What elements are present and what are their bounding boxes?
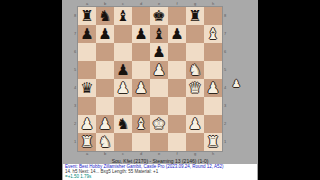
square-f6[interactable] bbox=[168, 43, 186, 61]
square-h7[interactable]: ♝ bbox=[204, 25, 222, 43]
square-b4[interactable] bbox=[96, 79, 114, 97]
square-f4[interactable] bbox=[168, 79, 186, 97]
square-c1[interactable] bbox=[114, 133, 132, 151]
white-bishop: ♝ bbox=[134, 115, 147, 133]
square-c3[interactable] bbox=[114, 97, 132, 115]
white-pawn: ♟ bbox=[188, 115, 201, 133]
square-f7[interactable]: ♟ bbox=[168, 25, 186, 43]
coordinate-label-5: 5 bbox=[222, 61, 228, 79]
coordinate-label-4: 4 bbox=[222, 79, 228, 97]
square-h4[interactable]: ♟ bbox=[204, 79, 222, 97]
coordinate-label-b: b bbox=[96, 152, 114, 157]
coordinate-label-3: 3 bbox=[222, 97, 228, 115]
square-d5[interactable] bbox=[132, 61, 150, 79]
square-e8[interactable]: ♚ bbox=[150, 7, 168, 25]
square-g5[interactable]: ♞ bbox=[186, 61, 204, 79]
square-d8[interactable] bbox=[132, 7, 150, 25]
square-e3[interactable] bbox=[150, 97, 168, 115]
letterbox-right bbox=[258, 0, 320, 180]
rank-labels-right: 87654321 bbox=[222, 7, 228, 151]
square-b1[interactable]: ♞ bbox=[96, 133, 114, 151]
coordinate-label-1: 1 bbox=[222, 133, 228, 151]
square-c5[interactable]: ♟ bbox=[114, 61, 132, 79]
engine-eval-line: =+1.50 1.79s bbox=[65, 174, 255, 179]
square-h2[interactable] bbox=[204, 115, 222, 133]
square-e6[interactable]: ♟ bbox=[150, 43, 168, 61]
square-f1[interactable] bbox=[168, 133, 186, 151]
square-b2[interactable]: ♟ bbox=[96, 115, 114, 133]
square-a1[interactable]: ♜ bbox=[78, 133, 96, 151]
black-king: ♚ bbox=[152, 7, 165, 25]
square-e1[interactable] bbox=[150, 133, 168, 151]
coordinate-label-d: d bbox=[132, 152, 150, 157]
square-d1[interactable] bbox=[132, 133, 150, 151]
white-pawn: ♟ bbox=[98, 115, 111, 133]
black-pawn: ♟ bbox=[134, 25, 147, 43]
black-pawn: ♟ bbox=[170, 25, 183, 43]
coordinate-label-e: e bbox=[150, 152, 168, 157]
square-b3[interactable] bbox=[96, 97, 114, 115]
square-a7[interactable]: ♟ bbox=[78, 25, 96, 43]
square-h6[interactable] bbox=[204, 43, 222, 61]
square-a3[interactable] bbox=[78, 97, 96, 115]
square-f2[interactable] bbox=[168, 115, 186, 133]
coordinate-label-6: 6 bbox=[222, 43, 228, 61]
square-e5[interactable]: ♟ bbox=[150, 61, 168, 79]
white-queen: ♛ bbox=[188, 79, 201, 97]
square-h1[interactable]: ♜ bbox=[204, 133, 222, 151]
square-e2[interactable]: ♚ bbox=[150, 115, 168, 133]
square-g7[interactable] bbox=[186, 25, 204, 43]
square-g4[interactable]: ♛ bbox=[186, 79, 204, 97]
square-a8[interactable]: ♜ bbox=[78, 7, 96, 25]
square-b6[interactable] bbox=[96, 43, 114, 61]
chess-viewer: abcdefgh 87654321 ♜♞♝♚♜♟♟♟♝♟♝♟♟♟♞♛♟♟♛♟♟♟… bbox=[62, 0, 258, 180]
white-bishop: ♝ bbox=[206, 25, 219, 43]
white-rook: ♜ bbox=[206, 133, 219, 151]
square-f3[interactable] bbox=[168, 97, 186, 115]
white-pawn: ♟ bbox=[134, 79, 147, 97]
square-d2[interactable]: ♝ bbox=[132, 115, 150, 133]
square-g2[interactable]: ♟ bbox=[186, 115, 204, 133]
chess-board: ♜♞♝♚♜♟♟♟♝♟♝♟♟♟♞♛♟♟♛♟♟♟♞♝♚♟♜♞♜ bbox=[78, 7, 222, 151]
square-a4[interactable]: ♛ bbox=[78, 79, 96, 97]
square-b7[interactable]: ♟ bbox=[96, 25, 114, 43]
square-e7[interactable]: ♝ bbox=[150, 25, 168, 43]
coordinate-label-7: 7 bbox=[222, 25, 228, 43]
square-f8[interactable] bbox=[168, 7, 186, 25]
square-c8[interactable]: ♝ bbox=[114, 7, 132, 25]
square-c2[interactable]: ♞ bbox=[114, 115, 132, 133]
black-pawn: ♟ bbox=[152, 43, 165, 61]
square-c6[interactable] bbox=[114, 43, 132, 61]
square-g6[interactable] bbox=[186, 43, 204, 61]
coordinate-label-f: f bbox=[168, 152, 186, 157]
square-a2[interactable]: ♟ bbox=[78, 115, 96, 133]
coordinate-label-h: h bbox=[204, 152, 222, 157]
square-c7[interactable] bbox=[114, 25, 132, 43]
square-c4[interactable]: ♟ bbox=[114, 79, 132, 97]
square-d7[interactable]: ♟ bbox=[132, 25, 150, 43]
black-pawn: ♟ bbox=[80, 25, 93, 43]
material-advantage-pawn-icon: ♟ bbox=[232, 78, 241, 89]
file-labels-bottom: abcdefgh bbox=[78, 152, 222, 157]
square-b5[interactable] bbox=[96, 61, 114, 79]
coordinate-label-2: 2 bbox=[222, 115, 228, 133]
black-queen: ♛ bbox=[80, 79, 93, 97]
square-a6[interactable] bbox=[78, 43, 96, 61]
coordinate-label-a: a bbox=[78, 152, 96, 157]
black-bishop: ♝ bbox=[152, 25, 165, 43]
black-knight: ♞ bbox=[116, 115, 129, 133]
square-a5[interactable] bbox=[78, 61, 96, 79]
white-rook: ♜ bbox=[80, 133, 93, 151]
black-pawn: ♟ bbox=[116, 61, 129, 79]
square-d6[interactable] bbox=[132, 43, 150, 61]
white-pawn: ♟ bbox=[116, 79, 129, 97]
game-info-box: Event: Best Hobby Zillamisher Gambit, Ca… bbox=[63, 164, 257, 180]
white-pawn: ♟ bbox=[152, 61, 165, 79]
black-pawn: ♟ bbox=[98, 25, 111, 43]
square-d4[interactable]: ♟ bbox=[132, 79, 150, 97]
black-bishop: ♝ bbox=[116, 7, 129, 25]
square-g3[interactable] bbox=[186, 97, 204, 115]
coordinate-label-c: c bbox=[114, 152, 132, 157]
square-d3[interactable] bbox=[132, 97, 150, 115]
coordinate-label-8: 8 bbox=[222, 7, 228, 25]
black-rook: ♜ bbox=[188, 7, 201, 25]
square-h3[interactable] bbox=[204, 97, 222, 115]
square-b8[interactable]: ♞ bbox=[96, 7, 114, 25]
square-g8[interactable]: ♜ bbox=[186, 7, 204, 25]
black-knight: ♞ bbox=[98, 7, 111, 25]
square-g1[interactable] bbox=[186, 133, 204, 151]
black-rook: ♜ bbox=[80, 7, 93, 25]
letterbox-left bbox=[0, 0, 62, 180]
square-h5[interactable] bbox=[204, 61, 222, 79]
video-frame: abcdefgh 87654321 ♜♞♝♚♜♟♟♟♝♟♝♟♟♟♞♛♟♟♛♟♟♟… bbox=[0, 0, 320, 180]
white-pawn: ♟ bbox=[80, 115, 93, 133]
white-king: ♚ bbox=[152, 115, 165, 133]
white-knight: ♞ bbox=[188, 61, 201, 79]
white-pawn: ♟ bbox=[206, 79, 219, 97]
chess-board-block: abcdefgh 87654321 ♜♞♝♚♜♟♟♟♝♟♝♟♟♟♞♛♟♟♛♟♟♟… bbox=[72, 2, 228, 158]
white-knight: ♞ bbox=[98, 133, 111, 151]
square-e4[interactable] bbox=[150, 79, 168, 97]
coordinate-label-g: g bbox=[186, 152, 204, 157]
square-h8[interactable] bbox=[204, 7, 222, 25]
square-f5[interactable] bbox=[168, 61, 186, 79]
